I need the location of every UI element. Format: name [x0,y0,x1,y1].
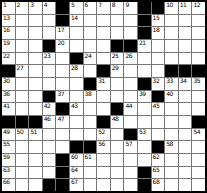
cell-r10c13[interactable] [165,116,178,128]
cell-r9c13[interactable] [165,103,178,115]
cell-r2c14[interactable] [179,15,192,27]
clue-number-63: 63 [3,167,10,173]
black-cell-r6c14 [179,65,192,77]
clue-number-58: 58 [166,141,173,147]
clue-number-44: 44 [125,103,132,109]
black-cell-r8c4 [43,91,56,103]
clue-number-33: 33 [166,78,173,84]
cell-r7c2[interactable] [16,78,29,90]
cell-r14c7[interactable] [84,167,97,179]
cell-r11c7[interactable] [84,129,97,141]
cell-r3c13[interactable] [165,27,178,39]
clue-number-14: 14 [71,15,78,21]
clue-number-16: 16 [3,27,10,33]
clue-number-12: 12 [193,2,200,8]
black-cell-r10c1 [2,116,15,128]
cell-r14c6[interactable]: 64 [70,167,83,179]
cell-r2c12[interactable]: 15 [152,15,165,27]
cell-r6c2[interactable]: 27 [16,65,29,77]
cell-r10c12[interactable] [152,116,165,128]
cell-r5c5[interactable] [56,53,69,65]
cell-r7c8[interactable]: 31 [97,78,110,90]
cell-r11c1[interactable]: 49 [2,129,15,141]
cell-r5c1[interactable]: 22 [2,53,15,65]
clue-number-65: 65 [153,167,160,173]
cell-r4c12[interactable] [152,40,165,52]
black-cell-r3c11 [138,27,151,39]
cell-r13c12[interactable]: 62 [152,154,165,166]
cell-r14c12[interactable]: 65 [152,167,165,179]
clue-number-49: 49 [3,129,10,135]
clue-number-13: 13 [3,15,10,21]
cell-r3c8[interactable] [97,27,110,39]
cell-r7c4[interactable] [43,78,56,90]
cell-r10c4[interactable]: 46 [43,116,56,128]
cell-r9c10[interactable]: 44 [124,103,137,115]
cell-r8c10[interactable] [124,91,137,103]
cell-r13c15[interactable] [192,154,205,166]
cell-r12c10[interactable]: 57 [124,141,137,153]
cell-r13c14[interactable] [179,154,192,166]
clue-number-26: 26 [125,53,132,59]
cell-r14c3[interactable] [29,167,42,179]
black-cell-r6c1 [2,65,15,77]
cell-r2c8[interactable] [97,15,110,27]
cell-r4c6[interactable] [70,40,83,52]
cell-r15c7[interactable] [84,179,97,191]
cell-r15c9[interactable] [111,179,124,191]
black-cell-r10c8 [97,116,110,128]
cell-r3c14[interactable] [179,27,192,39]
clue-number-25: 25 [112,53,119,59]
clue-number-39: 39 [139,91,146,97]
clue-number-20: 20 [57,40,64,46]
cell-r6c3[interactable] [29,65,42,77]
clue-number-67: 67 [71,179,78,185]
clue-number-54: 54 [193,129,200,135]
cell-r1c8[interactable]: 7 [97,2,110,14]
cell-r6c4[interactable] [43,65,56,77]
cell-r1c7[interactable]: 6 [84,2,97,14]
cell-r10c14[interactable] [179,116,192,128]
clue-number-18: 18 [153,27,160,33]
cell-r2c4[interactable] [43,15,56,27]
cell-r5c13[interactable] [165,53,178,65]
black-cell-r4c10 [124,40,137,52]
cell-r15c8[interactable] [97,179,110,191]
cell-r14c10[interactable] [124,167,137,179]
black-cell-r8c12 [152,91,165,103]
cell-r15c15[interactable] [192,179,205,191]
clue-number-59: 59 [3,154,10,160]
black-cell-r15c5 [56,179,69,191]
black-cell-r2c5 [56,15,69,27]
clue-number-52: 52 [98,129,105,135]
cell-r15c13[interactable] [165,179,178,191]
black-cell-r1c11 [138,2,151,14]
black-cell-r2c11 [138,15,151,27]
cell-r4c1[interactable]: 19 [2,40,15,52]
cell-r4c15[interactable] [192,40,205,52]
cell-r8c11[interactable]: 39 [138,91,151,103]
clue-number-1: 1 [3,2,6,8]
cell-r7c15[interactable]: 35 [192,78,205,90]
clue-number-28: 28 [71,65,78,71]
cell-r11c15[interactable]: 54 [192,129,205,141]
cell-r6c5[interactable] [56,65,69,77]
cell-r9c4[interactable]: 42 [43,103,56,115]
cell-r6c7[interactable] [84,65,97,77]
black-cell-r10c2 [16,116,29,128]
cell-r8c7[interactable]: 38 [84,91,97,103]
clue-number-10: 10 [166,2,173,8]
clue-number-31: 31 [98,78,105,84]
black-cell-r4c9 [111,40,124,52]
cell-r11c6[interactable] [70,129,83,141]
black-cell-r10c15 [192,116,205,128]
cell-r5c14[interactable] [179,53,192,65]
cell-r7c12[interactable]: 32 [152,78,165,90]
clue-number-45: 45 [153,103,160,109]
black-cell-r1c12 [152,2,165,14]
clue-number-50: 50 [17,129,24,135]
black-cell-r4c4 [43,40,56,52]
black-cell-r14c5 [56,167,69,179]
cell-r9c7[interactable] [84,103,97,115]
cell-r7c5[interactable] [56,78,69,90]
clue-number-32: 32 [153,78,160,84]
black-cell-r7c7 [84,78,97,90]
cell-r2c3[interactable] [29,15,42,27]
black-cell-r14c11 [138,167,151,179]
cell-r9c3[interactable] [29,103,42,115]
cell-r6c11[interactable] [138,65,151,77]
cell-r13c2[interactable] [16,154,29,166]
cell-r3c6[interactable] [70,27,83,39]
cell-r5c3[interactable] [29,53,42,65]
cell-r5c15[interactable] [192,53,205,65]
clue-number-29: 29 [112,65,119,71]
cell-r15c14[interactable] [179,179,192,191]
cell-r9c12[interactable]: 45 [152,103,165,115]
cell-r12c13[interactable]: 58 [165,141,178,153]
cell-r11c3[interactable]: 51 [29,129,42,141]
cell-r4c14[interactable] [179,40,192,52]
clue-number-38: 38 [85,91,92,97]
clue-number-35: 35 [193,78,200,84]
cell-r2c6[interactable]: 14 [70,15,83,27]
cell-r3c1[interactable]: 16 [2,27,15,39]
cell-r14c2[interactable] [16,167,29,179]
cell-r8c8[interactable] [97,91,110,103]
cell-r12c8[interactable]: 56 [97,141,110,153]
cell-r2c15[interactable] [192,15,205,27]
black-cell-r9c5 [56,103,69,115]
cell-r13c8[interactable] [97,154,110,166]
clue-number-53: 53 [139,129,146,135]
cell-r15c10[interactable] [124,179,137,191]
cell-r6c9[interactable]: 29 [111,65,124,77]
cell-r14c13[interactable] [165,167,178,179]
cell-r13c6[interactable]: 60 [70,154,83,166]
clue-number-21: 21 [139,40,146,46]
cell-r2c10[interactable] [124,15,137,27]
clue-number-24: 24 [85,53,92,59]
cell-r3c5[interactable]: 17 [56,27,69,39]
cell-r15c1[interactable]: 66 [2,179,15,191]
cell-r14c9[interactable] [111,167,124,179]
clue-number-6: 6 [85,2,88,8]
cell-r2c13[interactable] [165,15,178,27]
black-cell-r6c15 [192,65,205,77]
clue-number-11: 11 [180,2,187,8]
cell-r6c6[interactable]: 28 [70,65,83,77]
cell-r5c12[interactable] [152,53,165,65]
cell-r5c4[interactable]: 23 [43,53,56,65]
cell-r12c4[interactable] [43,141,56,153]
cell-r8c2[interactable] [16,91,29,103]
cell-r8c13[interactable]: 40 [165,91,178,103]
cell-r15c12[interactable]: 68 [152,179,165,191]
cell-r5c7[interactable]: 24 [84,53,97,65]
clue-number-34: 34 [180,78,187,84]
clue-number-23: 23 [44,53,51,59]
cell-r12c9[interactable] [111,141,124,153]
cell-r12c14[interactable] [179,141,192,153]
black-cell-r11c10 [124,129,137,141]
crossword-grid: 1234567891011121314151617181920212223242… [0,0,207,193]
cell-r4c3[interactable] [29,40,42,52]
cell-r9c14[interactable] [179,103,192,115]
cell-r11c2[interactable]: 50 [16,129,29,141]
clue-number-22: 22 [3,53,10,59]
clue-number-68: 68 [153,179,160,185]
cell-r1c4[interactable]: 4 [43,2,56,14]
cell-r14c8[interactable] [97,167,110,179]
cell-r7c3[interactable] [29,78,42,90]
cell-r8c14[interactable] [179,91,192,103]
cell-r11c13[interactable] [165,129,178,141]
cell-r9c8[interactable] [97,103,110,115]
black-cell-r12c6 [70,141,83,153]
cell-r3c15[interactable] [192,27,205,39]
cell-r8c15[interactable] [192,91,205,103]
cell-r7c1[interactable]: 30 [2,78,15,90]
black-cell-r9c9 [111,103,124,115]
cell-r5c8[interactable] [97,53,110,65]
cell-r4c13[interactable] [165,40,178,52]
cell-r10c5[interactable]: 47 [56,116,69,128]
clue-number-47: 47 [57,116,64,122]
cell-r11c12[interactable] [152,129,165,141]
clue-number-3: 3 [30,2,33,8]
cell-r8c9[interactable] [111,91,124,103]
cell-r3c10[interactable] [124,27,137,39]
cell-r10c7[interactable] [84,116,97,128]
clue-number-46: 46 [44,116,51,122]
clue-number-17: 17 [57,27,64,33]
cell-r4c2[interactable] [16,40,29,52]
black-cell-r15c4 [43,179,56,191]
clue-number-9: 9 [125,2,128,8]
cell-r1c13[interactable]: 10 [165,2,178,14]
cell-r9c15[interactable] [192,103,205,115]
cell-r3c3[interactable] [29,27,42,39]
clue-number-61: 61 [85,154,92,160]
cell-r7c6[interactable] [70,78,83,90]
clue-number-66: 66 [3,179,10,185]
cell-r5c2[interactable] [16,53,29,65]
clue-number-64: 64 [71,167,78,173]
cell-r13c1[interactable]: 59 [2,154,15,166]
cell-r10c6[interactable] [70,116,83,128]
cell-r3c7[interactable] [84,27,97,39]
black-cell-r10c3 [29,116,42,128]
clue-number-4: 4 [44,2,47,8]
clue-number-19: 19 [3,40,10,46]
clue-number-43: 43 [71,103,78,109]
cell-r1c15[interactable]: 12 [192,2,205,14]
cell-r7c14[interactable]: 34 [179,78,192,90]
clue-number-51: 51 [30,129,37,135]
clue-number-7: 7 [98,2,101,8]
cell-r5c11[interactable] [138,53,151,65]
cell-r9c1[interactable]: 41 [2,103,15,115]
black-cell-r1c5 [56,2,69,14]
cell-r1c2[interactable]: 2 [16,2,29,14]
black-cell-r13c5 [56,154,69,166]
cell-r3c12[interactable]: 18 [152,27,165,39]
cell-r11c4[interactable] [43,129,56,141]
clue-number-42: 42 [44,103,51,109]
cell-r1c10[interactable]: 9 [124,2,137,14]
cell-r11c8[interactable]: 52 [97,129,110,141]
cell-r2c2[interactable] [16,15,29,27]
cell-r12c2[interactable] [16,141,29,153]
cell-r12c5[interactable] [56,141,69,153]
black-cell-r5c6 [70,53,83,65]
clue-number-60: 60 [71,154,78,160]
cell-r9c2[interactable] [16,103,29,115]
cell-r13c11[interactable] [138,154,151,166]
black-cell-r6c8 [97,65,110,77]
cell-r13c3[interactable] [29,154,42,166]
cell-r4c7[interactable] [84,40,97,52]
cell-r13c7[interactable]: 61 [84,154,97,166]
cell-r3c9[interactable] [111,27,124,39]
clue-number-30: 30 [3,78,10,84]
cell-r1c6[interactable]: 5 [70,2,83,14]
cell-r4c8[interactable] [97,40,110,52]
cell-r8c6[interactable] [70,91,83,103]
clue-number-41: 41 [3,103,10,109]
cell-r14c4[interactable] [43,167,56,179]
cell-r13c9[interactable] [111,154,124,166]
black-cell-r12c7 [84,141,97,153]
cell-r14c1[interactable]: 63 [2,167,15,179]
cell-r15c3[interactable] [29,179,42,191]
cell-r9c6[interactable]: 43 [70,103,83,115]
cell-r2c7[interactable] [84,15,97,27]
cell-r11c9[interactable] [111,129,124,141]
cell-r13c13[interactable] [165,154,178,166]
cell-r9c11[interactable] [138,103,151,115]
cell-r4c5[interactable]: 20 [56,40,69,52]
clue-number-5: 5 [71,2,74,8]
cell-r2c1[interactable]: 13 [2,15,15,27]
clue-number-36: 36 [3,91,10,97]
cell-r1c14[interactable]: 11 [179,2,192,14]
clue-number-40: 40 [166,91,173,97]
cell-r10c10[interactable] [124,116,137,128]
cell-r15c2[interactable] [16,179,29,191]
cell-r4c11[interactable]: 21 [138,40,151,52]
crossword-puzzle: 1234567891011121314151617181920212223242… [0,0,207,193]
cell-r13c10[interactable] [124,154,137,166]
cell-r8c1[interactable]: 36 [2,91,15,103]
clue-number-48: 48 [112,116,119,122]
cell-r7c13[interactable]: 33 [165,78,178,90]
black-cell-r12c12 [152,141,165,153]
cell-r5c10[interactable]: 26 [124,53,137,65]
clue-number-15: 15 [153,15,160,21]
cell-r11c14[interactable] [179,129,192,141]
cell-r10c9[interactable]: 48 [111,116,124,128]
clue-number-55: 55 [3,141,10,147]
cell-r6c10[interactable] [124,65,137,77]
clue-number-27: 27 [17,65,24,71]
cell-r11c5[interactable] [56,129,69,141]
clue-number-62: 62 [153,154,160,160]
cell-r8c5[interactable]: 37 [56,91,69,103]
cell-r1c9[interactable]: 8 [111,2,124,14]
cell-r12c15[interactable] [192,141,205,153]
black-cell-r15c11 [138,179,151,191]
cell-r13c4[interactable] [43,154,56,166]
cell-r12c3[interactable] [29,141,42,153]
cell-r5c9[interactable]: 25 [111,53,124,65]
cell-r3c2[interactable] [16,27,29,39]
cell-r12c11[interactable] [138,141,151,153]
cell-r10c11[interactable] [138,116,151,128]
clue-number-57: 57 [125,141,132,147]
cell-r3c4[interactable] [43,27,56,39]
cell-r12c1[interactable]: 55 [2,141,15,153]
cell-r14c15[interactable] [192,167,205,179]
clue-number-8: 8 [112,2,115,8]
clue-number-56: 56 [98,141,105,147]
cell-r8c3[interactable] [29,91,42,103]
cell-r1c1[interactable]: 1 [2,2,15,14]
cell-r7c10[interactable] [124,78,137,90]
cell-r14c14[interactable] [179,167,192,179]
cell-r7c9[interactable] [111,78,124,90]
cell-r6c12[interactable] [152,65,165,77]
clue-number-2: 2 [17,2,20,8]
cell-r2c9[interactable] [111,15,124,27]
black-cell-r7c11 [138,78,151,90]
cell-r15c6[interactable]: 67 [70,179,83,191]
cell-r1c3[interactable]: 3 [29,2,42,14]
black-cell-r6c13 [165,65,178,77]
clue-number-37: 37 [57,91,64,97]
cell-r11c11[interactable]: 53 [138,129,151,141]
